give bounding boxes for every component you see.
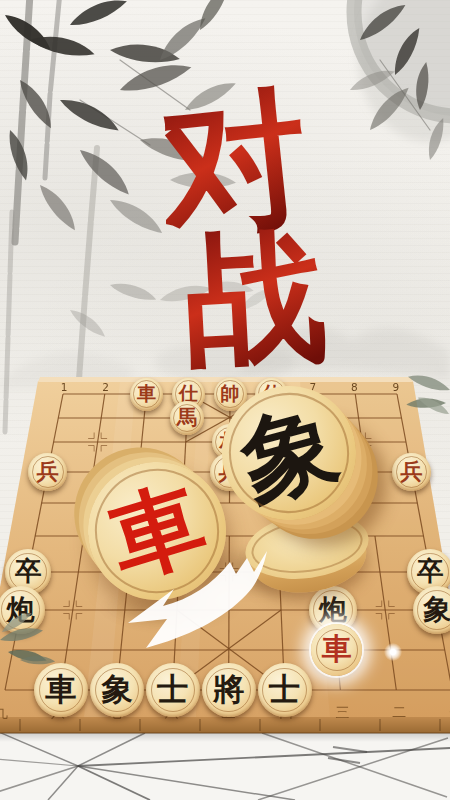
effects-layer bbox=[0, 0, 450, 800]
app-screen: 对 战 bbox=[0, 0, 450, 800]
sparkle-effect bbox=[384, 643, 402, 661]
motion-arrow-icon bbox=[128, 551, 267, 648]
